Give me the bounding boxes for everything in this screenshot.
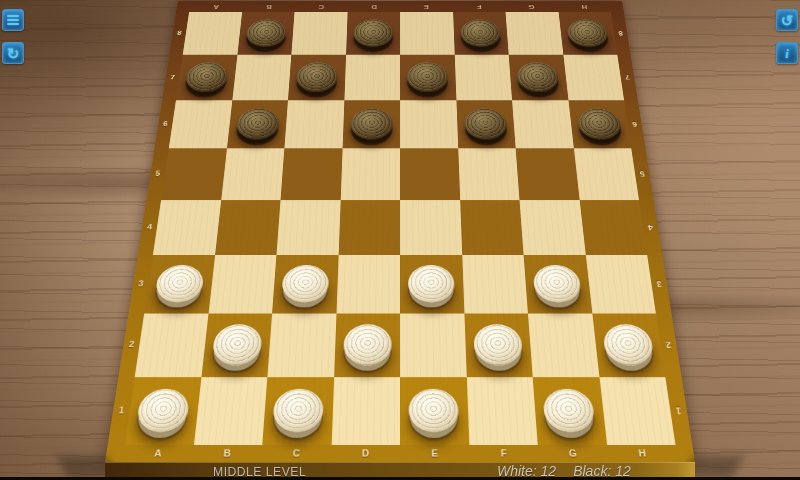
square-f6[interactable]: ⛂ xyxy=(456,100,516,148)
file-label-b: B xyxy=(242,4,295,10)
square-c7[interactable]: ⛂ xyxy=(288,55,346,100)
square-g3[interactable]: ⛀ xyxy=(524,255,592,314)
game-screen: ABCDEFGH ABCDEFGH 87654321 87654321 ⛂⛂⛂⛂… xyxy=(0,0,800,480)
square-f8[interactable]: ⛂ xyxy=(453,12,509,55)
square-h2[interactable]: ⛀ xyxy=(592,314,665,377)
square-g2[interactable] xyxy=(528,314,599,377)
square-c1[interactable]: ⛀ xyxy=(262,377,333,445)
white-piece[interactable]: ⛀ xyxy=(154,265,205,303)
square-f3[interactable] xyxy=(462,255,528,314)
white-piece[interactable]: ⛀ xyxy=(211,325,263,366)
rotate-button[interactable]: ↻ xyxy=(2,42,24,64)
black-piece[interactable]: ⛂ xyxy=(353,20,393,48)
file-label-d: D xyxy=(347,4,400,10)
black-piece[interactable]: ⛂ xyxy=(235,108,280,139)
square-f7[interactable] xyxy=(454,55,512,100)
square-g7[interactable]: ⛂ xyxy=(509,55,568,100)
square-a3[interactable]: ⛀ xyxy=(144,255,215,314)
square-b3[interactable] xyxy=(208,255,276,314)
square-e5[interactable] xyxy=(400,148,460,199)
square-a2[interactable] xyxy=(135,314,208,377)
square-f2[interactable]: ⛀ xyxy=(464,314,533,377)
square-a5[interactable] xyxy=(161,148,226,199)
square-g4[interactable] xyxy=(519,200,585,255)
square-e7[interactable]: ⛂ xyxy=(400,55,456,100)
square-g6[interactable] xyxy=(512,100,573,148)
checkers-board: ABCDEFGH ABCDEFGH 87654321 87654321 ⛂⛂⛂⛂… xyxy=(105,1,695,462)
file-label-a: A xyxy=(123,449,193,459)
square-d5[interactable] xyxy=(340,148,400,199)
square-b8[interactable]: ⛂ xyxy=(237,12,295,55)
square-f1[interactable] xyxy=(466,377,537,445)
square-c6[interactable] xyxy=(284,100,344,148)
square-c3[interactable]: ⛀ xyxy=(272,255,338,314)
square-a1[interactable]: ⛀ xyxy=(125,377,201,445)
square-b7[interactable] xyxy=(232,55,291,100)
black-piece[interactable]: ⛂ xyxy=(350,108,393,139)
square-e6[interactable] xyxy=(400,100,458,148)
white-piece[interactable]: ⛀ xyxy=(408,265,455,303)
white-piece[interactable]: ⛀ xyxy=(409,389,460,433)
square-b4[interactable] xyxy=(215,200,281,255)
square-d7[interactable] xyxy=(344,55,400,100)
black-piece[interactable]: ⛂ xyxy=(184,63,229,92)
white-piece[interactable]: ⛀ xyxy=(272,389,324,433)
file-label-d: D xyxy=(331,449,400,459)
black-piece[interactable]: ⛂ xyxy=(296,63,338,92)
black-piece[interactable]: ⛂ xyxy=(245,20,287,48)
undo-arrow-icon: ↺ xyxy=(781,13,794,28)
file-label-a: A xyxy=(189,4,242,10)
square-h7[interactable] xyxy=(563,55,624,100)
square-e8[interactable] xyxy=(400,12,454,55)
square-g5[interactable] xyxy=(516,148,580,199)
white-piece[interactable]: ⛀ xyxy=(135,389,191,433)
file-label-h: H xyxy=(557,4,610,10)
file-label-g: G xyxy=(505,4,558,10)
info-icon: i xyxy=(785,47,789,60)
black-piece[interactable]: ⛂ xyxy=(566,20,609,48)
white-piece[interactable]: ⛀ xyxy=(281,265,330,303)
square-d8[interactable]: ⛂ xyxy=(346,12,400,55)
square-c4[interactable] xyxy=(276,200,340,255)
file-label-c: C xyxy=(295,4,348,10)
square-h3[interactable] xyxy=(585,255,656,314)
square-c5[interactable] xyxy=(281,148,343,199)
square-a6[interactable] xyxy=(169,100,232,148)
square-g8[interactable] xyxy=(505,12,563,55)
square-d6[interactable]: ⛂ xyxy=(342,100,400,148)
info-button[interactable]: i xyxy=(776,42,798,64)
square-h4[interactable] xyxy=(579,200,647,255)
square-f5[interactable] xyxy=(458,148,520,199)
square-c8[interactable] xyxy=(291,12,347,55)
file-label-g: G xyxy=(538,449,608,459)
square-b6[interactable]: ⛂ xyxy=(227,100,288,148)
file-labels-bottom: ABCDEFGH xyxy=(122,445,678,462)
square-b2[interactable]: ⛀ xyxy=(201,314,272,377)
file-label-f: F xyxy=(469,449,539,459)
black-piece[interactable]: ⛂ xyxy=(460,20,501,48)
board-grid: ⛂⛂⛂⛂⛂⛂⛂⛂⛂⛂⛂⛂⛀⛀⛀⛀⛀⛀⛀⛀⛀⛀⛀⛀ xyxy=(125,12,676,445)
square-h6[interactable]: ⛂ xyxy=(568,100,631,148)
rotate-icon: ↻ xyxy=(7,46,20,61)
square-h1[interactable] xyxy=(599,377,675,445)
square-d4[interactable] xyxy=(338,200,400,255)
square-d1[interactable] xyxy=(331,377,400,445)
square-e4[interactable] xyxy=(400,200,462,255)
square-d2[interactable]: ⛀ xyxy=(334,314,400,377)
square-c2[interactable] xyxy=(267,314,336,377)
square-a7[interactable]: ⛂ xyxy=(176,55,237,100)
hamburger-icon xyxy=(7,15,19,25)
file-label-f: F xyxy=(452,4,505,10)
black-piece[interactable]: ⛂ xyxy=(464,108,508,139)
square-e3[interactable]: ⛀ xyxy=(400,255,464,314)
file-label-e: E xyxy=(400,449,469,459)
square-g1[interactable]: ⛀ xyxy=(533,377,607,445)
white-piece[interactable]: ⛀ xyxy=(542,389,596,433)
square-h5[interactable] xyxy=(573,148,638,199)
black-piece[interactable]: ⛂ xyxy=(516,63,560,92)
square-f4[interactable] xyxy=(460,200,524,255)
square-d3[interactable] xyxy=(336,255,400,314)
file-labels-top: ABCDEFGH xyxy=(189,1,611,12)
black-piece[interactable]: ⛂ xyxy=(407,63,448,92)
file-label-h: H xyxy=(607,449,677,459)
white-piece[interactable]: ⛀ xyxy=(473,325,523,366)
file-label-e: E xyxy=(400,4,453,10)
file-label-c: C xyxy=(261,449,331,459)
square-e1[interactable]: ⛀ xyxy=(400,377,469,445)
menu-button[interactable] xyxy=(2,9,24,31)
undo-button[interactable]: ↺ xyxy=(776,9,798,31)
square-a4[interactable] xyxy=(153,200,221,255)
white-piece[interactable]: ⛀ xyxy=(343,325,392,366)
square-b5[interactable] xyxy=(221,148,285,199)
white-piece[interactable]: ⛀ xyxy=(532,265,582,303)
file-label-b: B xyxy=(192,449,262,459)
white-piece[interactable]: ⛀ xyxy=(602,325,656,366)
square-e2[interactable] xyxy=(400,314,466,377)
square-a8[interactable] xyxy=(183,12,242,55)
black-piece[interactable]: ⛂ xyxy=(576,108,622,139)
square-b1[interactable] xyxy=(193,377,267,445)
square-h8[interactable]: ⛂ xyxy=(558,12,617,55)
